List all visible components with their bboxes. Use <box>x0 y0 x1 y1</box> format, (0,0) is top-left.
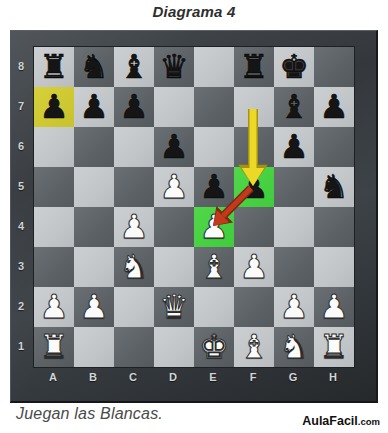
black-pawn-b7: ♟ <box>79 87 109 127</box>
square-g3 <box>274 247 314 287</box>
square-e5: ♟ <box>194 167 234 207</box>
square-b3 <box>74 247 114 287</box>
black-king-g8: ♚ <box>279 47 309 87</box>
square-e2 <box>194 287 234 327</box>
square-d1 <box>154 327 194 367</box>
black-knight-b8: ♞ <box>79 47 109 87</box>
black-pawn-c7: ♟ <box>119 87 149 127</box>
square-g8: ♚ <box>274 47 314 87</box>
square-f6 <box>234 127 274 167</box>
white-queen-d2: ♛ <box>159 287 189 327</box>
square-a1: ♜ <box>34 327 74 367</box>
white-pawn-g2: ♟ <box>279 287 309 327</box>
white-pawn-f3: ♟ <box>239 247 269 287</box>
square-e1: ♚ <box>194 327 234 367</box>
rank-label-5: 5 <box>11 166 31 206</box>
black-pawn-d6: ♟ <box>159 127 189 167</box>
square-d8: ♛ <box>154 47 194 87</box>
black-rook-f8: ♜ <box>239 47 269 87</box>
diagram-title: Diagrama 4 <box>0 3 388 20</box>
square-f8: ♜ <box>234 47 274 87</box>
black-rook-a8: ♜ <box>39 47 69 87</box>
white-pawn-h2: ♟ <box>319 287 349 327</box>
white-king-e1: ♚ <box>199 327 229 367</box>
square-a2: ♟ <box>34 287 74 327</box>
aulafacil-logo: AulaFacil.com <box>302 411 380 429</box>
rank-label-1: 1 <box>11 326 31 366</box>
square-h3 <box>314 247 354 287</box>
square-d2: ♛ <box>154 287 194 327</box>
rank-label-3: 3 <box>11 246 31 286</box>
square-h4 <box>314 207 354 247</box>
white-bishop-f1: ♝ <box>239 327 269 367</box>
square-c3: ♞ <box>114 247 154 287</box>
black-queen-d8: ♛ <box>159 47 189 87</box>
black-pawn-h7: ♟ <box>319 87 349 127</box>
rank-label-8: 8 <box>11 46 31 86</box>
square-h2: ♟ <box>314 287 354 327</box>
square-e6 <box>194 127 234 167</box>
square-g5 <box>274 167 314 207</box>
black-bishop-c8: ♝ <box>119 47 149 87</box>
square-c8: ♝ <box>114 47 154 87</box>
black-pawn-g6: ♟ <box>279 127 309 167</box>
file-label-b: B <box>73 368 113 386</box>
square-a8: ♜ <box>34 47 74 87</box>
square-f4 <box>234 207 274 247</box>
square-g7: ♝ <box>274 87 314 127</box>
square-h8 <box>314 47 354 87</box>
rank-label-7: 7 <box>11 86 31 126</box>
square-a3 <box>34 247 74 287</box>
square-c5 <box>114 167 154 207</box>
file-label-g: G <box>273 368 313 386</box>
rank-labels: 87654321 <box>11 46 33 366</box>
file-labels: ABCDEFGH <box>33 368 353 388</box>
file-label-e: E <box>193 368 233 386</box>
square-h1: ♜ <box>314 327 354 367</box>
square-b6 <box>74 127 114 167</box>
square-g1: ♞ <box>274 327 314 367</box>
square-c1 <box>114 327 154 367</box>
square-d5: ♟ <box>154 167 194 207</box>
square-b1 <box>74 327 114 367</box>
square-c6 <box>114 127 154 167</box>
square-g4 <box>274 207 314 247</box>
aulafacil-logo-name: AulaFacil <box>302 414 358 428</box>
white-bishop-e3: ♝ <box>199 247 229 287</box>
white-pawn-a2: ♟ <box>39 287 69 327</box>
square-h6 <box>314 127 354 167</box>
file-label-h: H <box>313 368 353 386</box>
rank-label-2: 2 <box>11 286 31 326</box>
white-pawn-c4: ♟ <box>119 207 149 247</box>
black-pawn-a7: ♟ <box>39 87 69 127</box>
square-f3: ♟ <box>234 247 274 287</box>
black-pawn-e5: ♟ <box>199 167 229 207</box>
square-d7 <box>154 87 194 127</box>
white-rook-h1: ♜ <box>319 327 349 367</box>
square-a4 <box>34 207 74 247</box>
file-label-d: D <box>153 368 193 386</box>
square-b8: ♞ <box>74 47 114 87</box>
square-c4: ♟ <box>114 207 154 247</box>
black-bishop-g7: ♝ <box>279 87 309 127</box>
square-h7: ♟ <box>314 87 354 127</box>
rank-label-6: 6 <box>11 126 31 166</box>
square-e3: ♝ <box>194 247 234 287</box>
chess-board-frame: 87654321 ♜♞♝♛♜♚♟♟♟♝♟♟♟♟♟♟♞♟♟♞♝♟♟♟♛♟♟♜♚♝♞… <box>10 30 378 403</box>
square-c7: ♟ <box>114 87 154 127</box>
file-label-a: A <box>33 368 73 386</box>
black-pawn-f5: ♟ <box>239 167 269 207</box>
file-label-c: C <box>113 368 153 386</box>
white-pawn-d5: ♟ <box>159 167 189 207</box>
square-b5 <box>74 167 114 207</box>
square-g2: ♟ <box>274 287 314 327</box>
white-pawn-b2: ♟ <box>79 287 109 327</box>
square-g6: ♟ <box>274 127 314 167</box>
square-f7 <box>234 87 274 127</box>
aulafacil-logo-suffix: .com <box>358 416 380 427</box>
square-c2 <box>114 287 154 327</box>
square-d6: ♟ <box>154 127 194 167</box>
caption-to-move: Juegan las Blancas. <box>16 405 163 423</box>
square-e8 <box>194 47 234 87</box>
white-rook-a1: ♜ <box>39 327 69 367</box>
square-a7: ♟ <box>34 87 74 127</box>
square-h5: ♞ <box>314 167 354 207</box>
square-f1: ♝ <box>234 327 274 367</box>
square-a5 <box>34 167 74 207</box>
file-label-f: F <box>233 368 273 386</box>
square-b2: ♟ <box>74 287 114 327</box>
chess-board: ♜♞♝♛♜♚♟♟♟♝♟♟♟♟♟♟♞♟♟♞♝♟♟♟♛♟♟♜♚♝♞♜ <box>33 46 355 368</box>
rank-label-4: 4 <box>11 206 31 246</box>
black-knight-h5: ♞ <box>319 167 349 207</box>
square-f5: ♟ <box>234 167 274 207</box>
white-pawn-e4: ♟ <box>199 207 229 247</box>
square-d4 <box>154 207 194 247</box>
square-b4 <box>74 207 114 247</box>
square-b7: ♟ <box>74 87 114 127</box>
square-a6 <box>34 127 74 167</box>
square-d3 <box>154 247 194 287</box>
white-knight-c3: ♞ <box>119 247 149 287</box>
white-knight-g1: ♞ <box>279 327 309 367</box>
square-f2 <box>234 287 274 327</box>
square-e7 <box>194 87 234 127</box>
square-e4: ♟ <box>194 207 234 247</box>
